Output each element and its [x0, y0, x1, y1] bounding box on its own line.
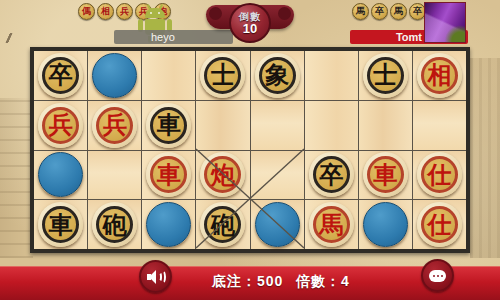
board-cell[interactable]: 馬	[305, 200, 358, 249]
medallion-right-ornament	[278, 7, 291, 20]
board-cell[interactable]: 車	[142, 151, 195, 200]
piece-facedown[interactable]	[363, 202, 408, 247]
board-cell[interactable]	[413, 101, 466, 150]
base-bet-text: 底注：500	[212, 273, 283, 291]
captured-piece-disc: 卒	[371, 3, 388, 20]
board-frame: 卒士象士相兵兵車車炮卒車仕車砲砲馬仕	[30, 47, 470, 253]
board-cell[interactable]	[359, 101, 412, 150]
countdown-value: 10	[243, 22, 257, 36]
right-player-name: Tomt	[396, 31, 422, 43]
piece-facedown[interactable]	[255, 202, 300, 247]
board-cell[interactable]: 士	[359, 51, 412, 100]
board-cell[interactable]: 象	[251, 51, 304, 100]
board-cell[interactable]: 砲	[196, 200, 249, 249]
board-cell[interactable]: 仕	[413, 200, 466, 249]
piece-red[interactable]: 兵	[92, 103, 137, 148]
multiplier-value: 4	[341, 273, 350, 289]
base-bet-label: 底注：	[212, 273, 257, 289]
left-player-name: heyo	[151, 31, 175, 43]
board-cell[interactable]: 相	[413, 51, 466, 100]
board-cell[interactable]	[196, 101, 249, 150]
piece-red[interactable]: 馬	[309, 202, 354, 247]
piece-red[interactable]: 仕	[417, 202, 462, 247]
chat-bubble-icon	[429, 270, 446, 282]
medallion-circle: 倒數 10	[229, 3, 271, 43]
piece-black[interactable]: 砲	[92, 202, 137, 247]
banqi-game-screen: 傌相兵兵炮 heyo 倒數 10 馬卒馬卒 Tomt 卒士象士相兵兵車車炮卒車仕…	[0, 0, 500, 300]
multiplier-text: 倍數：4	[296, 273, 350, 291]
piece-facedown[interactable]	[92, 53, 137, 98]
sound-button[interactable]	[139, 260, 172, 293]
chat-button[interactable]	[421, 259, 454, 292]
piece-black[interactable]: 士	[363, 53, 408, 98]
right-captured-pieces-tray: 馬卒馬卒	[352, 3, 426, 20]
base-bet-value: 500	[257, 273, 283, 289]
board-cell[interactable]	[305, 101, 358, 150]
board-cell[interactable]	[305, 51, 358, 100]
board-cell[interactable]: 兵	[88, 101, 141, 150]
board-cell[interactable]	[88, 51, 141, 100]
board-cell[interactable]: 仕	[413, 151, 466, 200]
piece-facedown[interactable]	[146, 202, 191, 247]
countdown-medallion: 倒數 10	[206, 1, 294, 45]
captured-piece-disc: 馬	[352, 3, 369, 20]
piece-red[interactable]: 仕	[417, 152, 462, 197]
board-cell[interactable]	[251, 151, 304, 200]
board-cell[interactable]	[34, 151, 87, 200]
piece-red[interactable]: 炮	[200, 152, 245, 197]
board-cell[interactable]	[88, 151, 141, 200]
background-sketch-mark	[2, 33, 16, 43]
board-cell[interactable]: 炮	[196, 151, 249, 200]
board-cell[interactable]	[142, 200, 195, 249]
board-cell[interactable]	[251, 200, 304, 249]
piece-black[interactable]: 砲	[200, 202, 245, 247]
right-player-avatar-tulip-photo	[424, 2, 466, 43]
piece-black[interactable]: 車	[146, 103, 191, 148]
piece-black[interactable]: 卒	[309, 152, 354, 197]
captured-piece-disc: 馬	[390, 3, 407, 20]
background-pagoda-art	[0, 98, 33, 258]
piece-red[interactable]: 車	[146, 152, 191, 197]
piece-facedown[interactable]	[38, 152, 83, 197]
board-cell[interactable]: 士	[196, 51, 249, 100]
piece-red[interactable]: 相	[417, 53, 462, 98]
medallion-left-ornament	[209, 7, 222, 20]
board-cell[interactable]: 車	[142, 101, 195, 150]
board-cell[interactable]: 車	[359, 151, 412, 200]
piece-black[interactable]: 卒	[38, 53, 83, 98]
piece-black[interactable]: 士	[200, 53, 245, 98]
board-grid: 卒士象士相兵兵車車炮卒車仕車砲砲馬仕	[34, 51, 466, 249]
background-scroll-art	[470, 58, 500, 258]
board-cell[interactable]: 卒	[34, 51, 87, 100]
board-cell[interactable]	[359, 200, 412, 249]
piece-black[interactable]: 車	[38, 202, 83, 247]
board-cell[interactable]	[251, 101, 304, 150]
captured-piece-disc: 傌	[78, 3, 95, 20]
piece-red[interactable]: 兵	[38, 103, 83, 148]
board-cell[interactable]	[142, 51, 195, 100]
board-cell[interactable]: 砲	[88, 200, 141, 249]
board-cell[interactable]: 卒	[305, 151, 358, 200]
piece-red[interactable]: 車	[363, 152, 408, 197]
multiplier-label: 倍數：	[296, 273, 341, 289]
board-cell[interactable]: 兵	[34, 101, 87, 150]
captured-piece-disc: 相	[97, 3, 114, 20]
speaker-icon	[146, 269, 166, 285]
board-cell[interactable]: 車	[34, 200, 87, 249]
piece-black[interactable]: 象	[255, 53, 300, 98]
